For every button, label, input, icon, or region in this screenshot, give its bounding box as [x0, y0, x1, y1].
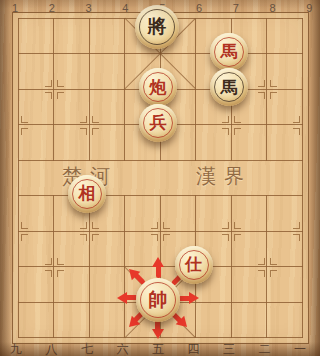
point-marker-bracket — [80, 234, 87, 241]
point-marker-bracket — [293, 222, 300, 229]
point-marker-bracket — [293, 234, 300, 241]
arrow-head — [117, 293, 127, 305]
point-marker-bracket — [234, 128, 241, 135]
point-marker-bracket — [270, 258, 277, 265]
file-label-bottom: 九 — [10, 341, 22, 356]
point-marker-bracket — [45, 92, 52, 99]
piece-character: 馬 — [210, 33, 248, 71]
red-soldier[interactable]: 兵 — [139, 104, 177, 142]
red-elephant[interactable]: 相 — [68, 175, 106, 213]
piece-character: 將 — [135, 5, 179, 49]
point-marker-bracket — [57, 258, 64, 265]
arrow-head — [189, 292, 199, 304]
board-grid-line — [89, 195, 90, 338]
point-marker-bracket — [234, 222, 241, 229]
point-marker-bracket — [21, 116, 28, 123]
board-grid-line — [18, 18, 19, 339]
point-marker-bracket — [234, 234, 241, 241]
point-marker-bracket — [92, 128, 99, 135]
point-marker-bracket — [222, 128, 229, 135]
point-marker-bracket — [45, 80, 52, 87]
board-grid-line — [231, 195, 232, 338]
point-marker-bracket — [270, 80, 277, 87]
black-general[interactable]: 將 — [135, 5, 179, 49]
point-marker-bracket — [45, 258, 52, 265]
point-marker-bracket — [80, 128, 87, 135]
piece-character: 相 — [68, 175, 106, 213]
arrow-head — [153, 329, 165, 339]
file-label-top: 2 — [49, 2, 55, 14]
point-marker-bracket — [258, 258, 265, 265]
file-label-top: 7 — [233, 2, 239, 14]
red-general[interactable]: 帥 — [136, 278, 180, 322]
point-marker-bracket — [57, 80, 64, 87]
file-label-top: 6 — [196, 2, 202, 14]
board-grid-line — [302, 18, 303, 339]
point-marker-bracket — [293, 116, 300, 123]
board-grid-line — [266, 18, 267, 161]
red-cannon[interactable]: 炮 — [139, 68, 177, 106]
point-marker-bracket — [234, 116, 241, 123]
file-label-bottom: 一 — [294, 341, 306, 356]
file-label-bottom: 三 — [223, 341, 235, 356]
piece-character: 帥 — [136, 278, 180, 322]
arrow-head — [152, 257, 164, 267]
file-label-top: 8 — [270, 2, 276, 14]
point-marker-bracket — [80, 222, 87, 229]
file-label-top: 3 — [86, 2, 92, 14]
piece-character: 兵 — [139, 104, 177, 142]
file-label-top: 4 — [122, 2, 128, 14]
point-marker-bracket — [45, 270, 52, 277]
file-label-bottom: 四 — [188, 341, 200, 356]
point-marker-bracket — [57, 270, 64, 277]
file-label-bottom: 五 — [152, 341, 164, 356]
file-label-bottom: 七 — [81, 341, 93, 356]
red-horse[interactable]: 馬 — [210, 33, 248, 71]
point-marker-bracket — [163, 222, 170, 229]
board-grid-line — [89, 18, 90, 161]
point-marker-bracket — [258, 270, 265, 277]
black-horse[interactable]: 馬 — [210, 68, 248, 106]
point-marker-bracket — [151, 234, 158, 241]
point-marker-bracket — [80, 116, 87, 123]
board-grid-line — [53, 195, 54, 338]
piece-character: 仕 — [175, 246, 213, 284]
point-marker-bracket — [92, 234, 99, 241]
point-marker-bracket — [92, 116, 99, 123]
point-marker-bracket — [258, 80, 265, 87]
point-marker-bracket — [21, 222, 28, 229]
point-marker-bracket — [222, 234, 229, 241]
piece-character: 炮 — [139, 68, 177, 106]
point-marker-bracket — [21, 128, 28, 135]
file-label-bottom: 六 — [117, 341, 129, 356]
point-marker-bracket — [151, 222, 158, 229]
board-grid-line — [266, 195, 267, 338]
point-marker-bracket — [57, 92, 64, 99]
file-label-bottom: 八 — [46, 341, 58, 356]
point-marker-bracket — [21, 234, 28, 241]
point-marker-bracket — [222, 222, 229, 229]
point-marker-bracket — [293, 128, 300, 135]
point-marker-bracket — [92, 222, 99, 229]
file-label-bottom: 二 — [259, 341, 271, 356]
file-label-top: 9 — [306, 2, 312, 14]
point-marker-bracket — [270, 270, 277, 277]
river-label-right: 漢界 — [178, 162, 270, 190]
board-grid-line — [53, 18, 54, 161]
point-marker-bracket — [258, 92, 265, 99]
point-marker-bracket — [222, 116, 229, 123]
xiangqi-board[interactable]: 楚河 漢界 123456789九八七六五四三二一將馬炮馬兵相仕帥 — [0, 0, 320, 356]
red-advisor[interactable]: 仕 — [175, 246, 213, 284]
file-label-top: 1 — [12, 2, 18, 14]
piece-character: 馬 — [210, 68, 248, 106]
point-marker-bracket — [270, 92, 277, 99]
point-marker-bracket — [163, 234, 170, 241]
